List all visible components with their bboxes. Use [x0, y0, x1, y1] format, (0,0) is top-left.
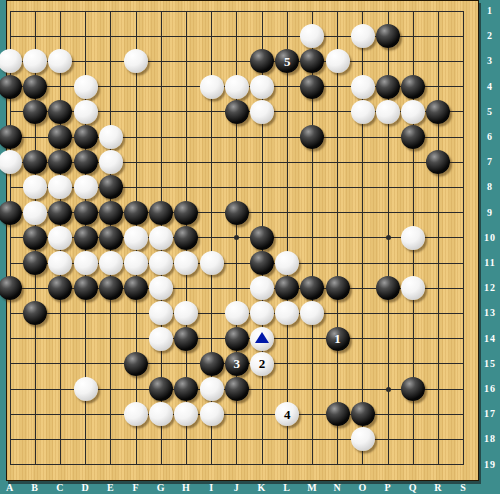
- black-stone-O17: [351, 402, 375, 426]
- white-stone-I16: [200, 377, 224, 401]
- black-stone-D12: [74, 276, 98, 300]
- white-stone-G14: [149, 327, 173, 351]
- black-stone-A9: [0, 201, 22, 225]
- black-stone-G16: [149, 377, 173, 401]
- white-stone-Q5: [401, 100, 425, 124]
- black-stone-E9: [99, 201, 123, 225]
- white-stone-N3: [326, 49, 350, 73]
- black-stone-I15: [200, 352, 224, 376]
- row-label-18: 18: [480, 433, 500, 444]
- black-stone-F15: [124, 352, 148, 376]
- grid-line: [10, 464, 465, 465]
- black-stone-J15: 3: [225, 352, 249, 376]
- go-diagram: ABCDEFGHIJKLMNOPQRS123456789101112131415…: [0, 0, 500, 494]
- white-stone-D4: [74, 75, 98, 99]
- black-stone-B5: [23, 100, 47, 124]
- black-stone-B11: [23, 251, 47, 275]
- black-stone-P4: [376, 75, 400, 99]
- column-label-F: F: [126, 482, 146, 493]
- column-label-K: K: [252, 482, 272, 493]
- move-number-label: 2: [259, 357, 266, 370]
- row-label-15: 15: [480, 358, 500, 369]
- white-stone-F10: [124, 226, 148, 250]
- column-label-S: S: [454, 482, 474, 493]
- white-stone-D16: [74, 377, 98, 401]
- white-stone-K15: 2: [250, 352, 274, 376]
- black-stone-K10: [250, 226, 274, 250]
- grid-line: [10, 439, 465, 440]
- row-label-3: 3: [480, 55, 500, 66]
- row-label-12: 12: [480, 282, 500, 293]
- column-label-C: C: [50, 482, 70, 493]
- column-label-G: G: [151, 482, 171, 493]
- white-stone-O2: [351, 24, 375, 48]
- black-stone-Q4: [401, 75, 425, 99]
- black-stone-B10: [23, 226, 47, 250]
- triangle-marker-icon: [255, 332, 269, 343]
- white-stone-I4: [200, 75, 224, 99]
- black-stone-H14: [174, 327, 198, 351]
- black-stone-E12: [99, 276, 123, 300]
- column-label-J: J: [227, 482, 247, 493]
- black-stone-J14: [225, 327, 249, 351]
- black-stone-F9: [124, 201, 148, 225]
- black-stone-H9: [174, 201, 198, 225]
- column-label-M: M: [302, 482, 322, 493]
- black-stone-C9: [48, 201, 72, 225]
- black-stone-N14: 1: [326, 327, 350, 351]
- black-stone-P2: [376, 24, 400, 48]
- grid-line: [463, 11, 464, 466]
- white-stone-I17: [200, 402, 224, 426]
- white-stone-G10: [149, 226, 173, 250]
- white-stone-K12: [250, 276, 274, 300]
- white-stone-F17: [124, 402, 148, 426]
- black-stone-D6: [74, 125, 98, 149]
- white-stone-K4: [250, 75, 274, 99]
- white-stone-I11: [200, 251, 224, 275]
- grid-line: [438, 11, 439, 466]
- white-stone-P5: [376, 100, 400, 124]
- black-stone-P12: [376, 276, 400, 300]
- white-stone-O5: [351, 100, 375, 124]
- black-stone-J16: [225, 377, 249, 401]
- move-number-label: 4: [284, 408, 291, 421]
- star-point: [386, 235, 391, 240]
- black-stone-A4: [0, 75, 22, 99]
- column-label-P: P: [378, 482, 398, 493]
- white-stone-F11: [124, 251, 148, 275]
- black-stone-M4: [300, 75, 324, 99]
- black-stone-N12: [326, 276, 350, 300]
- white-stone-J4: [225, 75, 249, 99]
- white-stone-D5: [74, 100, 98, 124]
- black-stone-E10: [99, 226, 123, 250]
- white-stone-E6: [99, 125, 123, 149]
- grid-line: [287, 11, 288, 466]
- row-label-2: 2: [480, 30, 500, 41]
- grid-line: [337, 11, 338, 466]
- black-stone-G9: [149, 201, 173, 225]
- white-stone-D8: [74, 175, 98, 199]
- white-stone-L11: [275, 251, 299, 275]
- white-stone-O4: [351, 75, 375, 99]
- white-stone-Q10: [401, 226, 425, 250]
- row-label-13: 13: [480, 307, 500, 318]
- white-stone-E7: [99, 150, 123, 174]
- black-stone-J9: [225, 201, 249, 225]
- black-stone-Q16: [401, 377, 425, 401]
- white-stone-K5: [250, 100, 274, 124]
- star-point: [386, 387, 391, 392]
- row-label-19: 19: [480, 459, 500, 470]
- row-label-5: 5: [480, 106, 500, 117]
- white-stone-D11: [74, 251, 98, 275]
- white-stone-G11: [149, 251, 173, 275]
- column-label-A: A: [0, 482, 20, 493]
- black-stone-K11: [250, 251, 274, 275]
- column-label-R: R: [428, 482, 448, 493]
- row-label-1: 1: [480, 5, 500, 16]
- black-stone-D9: [74, 201, 98, 225]
- row-label-16: 16: [480, 383, 500, 394]
- column-label-L: L: [277, 482, 297, 493]
- row-label-6: 6: [480, 131, 500, 142]
- column-label-H: H: [176, 482, 196, 493]
- black-stone-Q6: [401, 125, 425, 149]
- black-stone-B4: [23, 75, 47, 99]
- column-label-N: N: [328, 482, 348, 493]
- move-number-label: 5: [284, 55, 291, 68]
- black-stone-N17: [326, 402, 350, 426]
- black-stone-F12: [124, 276, 148, 300]
- white-stone-E11: [99, 251, 123, 275]
- white-stone-B9: [23, 201, 47, 225]
- row-label-4: 4: [480, 81, 500, 92]
- row-label-8: 8: [480, 181, 500, 192]
- black-stone-J5: [225, 100, 249, 124]
- column-label-D: D: [76, 482, 96, 493]
- row-label-14: 14: [480, 333, 500, 344]
- white-stone-K14: [250, 327, 274, 351]
- row-label-17: 17: [480, 408, 500, 419]
- column-label-O: O: [353, 482, 373, 493]
- move-number-label: 3: [234, 357, 241, 370]
- grid-line: [10, 414, 465, 415]
- black-stone-D7: [74, 150, 98, 174]
- column-label-I: I: [202, 482, 222, 493]
- row-label-9: 9: [480, 207, 500, 218]
- column-label-E: E: [101, 482, 121, 493]
- move-number-label: 1: [334, 332, 341, 345]
- column-label-Q: Q: [403, 482, 423, 493]
- row-label-7: 7: [480, 156, 500, 167]
- row-label-11: 11: [480, 257, 500, 268]
- row-label-10: 10: [480, 232, 500, 243]
- black-stone-D10: [74, 226, 98, 250]
- column-label-B: B: [25, 482, 45, 493]
